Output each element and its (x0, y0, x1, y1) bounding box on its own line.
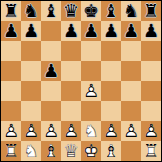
black-pawn[interactable]: ♟ (21, 21, 41, 41)
square-b6[interactable] (21, 41, 41, 61)
square-d1[interactable]: ♕ (61, 141, 81, 161)
black-pawn[interactable]: ♟ (101, 21, 121, 41)
black-pawn[interactable]: ♟ (141, 21, 161, 41)
black-pawn[interactable]: ♟ (1, 21, 21, 41)
white-pawn[interactable]: ♙ (141, 121, 161, 141)
square-a3[interactable] (1, 101, 21, 121)
white-pawn[interactable]: ♙ (101, 121, 121, 141)
white-queen[interactable]: ♕ (61, 141, 81, 161)
square-d4[interactable] (61, 81, 81, 101)
square-e1[interactable]: ♔ (81, 141, 101, 161)
chess-board: ♜♞♝♛♚♝♞♜♟♟♟♟♟♟♟♟♙♙♙♙♙♘♙♙♙♖♘♗♕♔♗♖ (0, 0, 162, 162)
square-a7[interactable]: ♟ (1, 21, 21, 41)
square-a1[interactable]: ♖ (1, 141, 21, 161)
square-h1[interactable]: ♖ (141, 141, 161, 161)
square-d2[interactable]: ♙ (61, 121, 81, 141)
square-e4[interactable]: ♙ (81, 81, 101, 101)
square-b4[interactable] (21, 81, 41, 101)
square-e8[interactable]: ♚ (81, 1, 101, 21)
black-pawn[interactable]: ♟ (81, 21, 101, 41)
square-b5[interactable] (21, 61, 41, 81)
white-pawn[interactable]: ♙ (61, 121, 81, 141)
square-b8[interactable]: ♞ (21, 1, 41, 21)
square-c8[interactable]: ♝ (41, 1, 61, 21)
square-g5[interactable] (121, 61, 141, 81)
square-h3[interactable] (141, 101, 161, 121)
square-h6[interactable] (141, 41, 161, 61)
square-h2[interactable]: ♙ (141, 121, 161, 141)
square-a4[interactable] (1, 81, 21, 101)
square-d7[interactable]: ♟ (61, 21, 81, 41)
square-b3[interactable] (21, 101, 41, 121)
square-f3[interactable] (101, 101, 121, 121)
black-rook[interactable]: ♜ (141, 1, 161, 21)
white-pawn[interactable]: ♙ (41, 121, 61, 141)
square-c7[interactable] (41, 21, 61, 41)
black-knight[interactable]: ♞ (21, 1, 41, 21)
square-c6[interactable] (41, 41, 61, 61)
black-king[interactable]: ♚ (81, 1, 101, 21)
black-rook[interactable]: ♜ (1, 1, 21, 21)
square-f2[interactable]: ♙ (101, 121, 121, 141)
white-knight[interactable]: ♘ (21, 141, 41, 161)
square-g4[interactable] (121, 81, 141, 101)
square-e2[interactable]: ♘ (81, 121, 101, 141)
square-f5[interactable] (101, 61, 121, 81)
white-rook[interactable]: ♖ (1, 141, 21, 161)
black-pawn[interactable]: ♟ (61, 21, 81, 41)
square-d6[interactable] (61, 41, 81, 61)
square-c4[interactable] (41, 81, 61, 101)
square-d5[interactable] (61, 61, 81, 81)
square-h7[interactable]: ♟ (141, 21, 161, 41)
square-c1[interactable]: ♗ (41, 141, 61, 161)
black-pawn[interactable]: ♟ (121, 21, 141, 41)
square-e3[interactable] (81, 101, 101, 121)
white-pawn[interactable]: ♙ (121, 121, 141, 141)
square-f1[interactable]: ♗ (101, 141, 121, 161)
square-a5[interactable] (1, 61, 21, 81)
black-knight[interactable]: ♞ (121, 1, 141, 21)
white-pawn[interactable]: ♙ (81, 81, 101, 101)
square-f6[interactable] (101, 41, 121, 61)
square-f7[interactable]: ♟ (101, 21, 121, 41)
square-h5[interactable] (141, 61, 161, 81)
square-h8[interactable]: ♜ (141, 1, 161, 21)
square-d3[interactable] (61, 101, 81, 121)
white-pawn[interactable]: ♙ (21, 121, 41, 141)
square-g8[interactable]: ♞ (121, 1, 141, 21)
square-c2[interactable]: ♙ (41, 121, 61, 141)
square-g7[interactable]: ♟ (121, 21, 141, 41)
black-bishop[interactable]: ♝ (101, 1, 121, 21)
white-bishop[interactable]: ♗ (41, 141, 61, 161)
square-a2[interactable]: ♙ (1, 121, 21, 141)
square-a6[interactable] (1, 41, 21, 61)
white-knight[interactable]: ♘ (81, 121, 101, 141)
square-e7[interactable]: ♟ (81, 21, 101, 41)
white-king[interactable]: ♔ (81, 141, 101, 161)
square-c3[interactable] (41, 101, 61, 121)
square-g1[interactable] (121, 141, 141, 161)
square-e6[interactable] (81, 41, 101, 61)
square-g2[interactable]: ♙ (121, 121, 141, 141)
square-h4[interactable] (141, 81, 161, 101)
square-f8[interactable]: ♝ (101, 1, 121, 21)
square-g6[interactable] (121, 41, 141, 61)
white-rook[interactable]: ♖ (141, 141, 161, 161)
white-bishop[interactable]: ♗ (101, 141, 121, 161)
black-queen[interactable]: ♛ (61, 1, 81, 21)
white-pawn[interactable]: ♙ (1, 121, 21, 141)
square-a8[interactable]: ♜ (1, 1, 21, 21)
square-c5[interactable]: ♟ (41, 61, 61, 81)
square-g3[interactable] (121, 101, 141, 121)
square-b2[interactable]: ♙ (21, 121, 41, 141)
square-b1[interactable]: ♘ (21, 141, 41, 161)
square-f4[interactable] (101, 81, 121, 101)
black-pawn[interactable]: ♟ (41, 61, 61, 81)
square-e5[interactable] (81, 61, 101, 81)
black-bishop[interactable]: ♝ (41, 1, 61, 21)
square-d8[interactable]: ♛ (61, 1, 81, 21)
square-b7[interactable]: ♟ (21, 21, 41, 41)
